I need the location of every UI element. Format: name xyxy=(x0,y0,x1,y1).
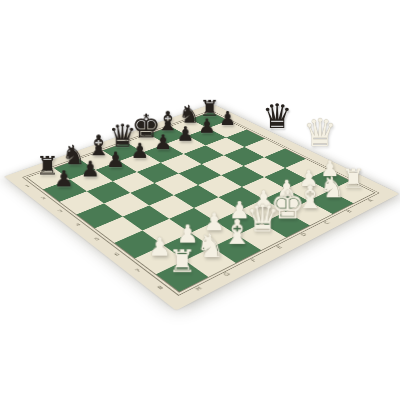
white-pawn: ♟ xyxy=(170,222,205,247)
white-pawn: ♟ xyxy=(141,234,177,260)
black-pawn: ♟ xyxy=(148,132,177,152)
black-knight: ♞ xyxy=(175,102,202,126)
chess-set-photo: HGFEDCBA12345678 ♜♞♝♛♚♝♞♜♟♟♟♟♟♟♟♟♟♟♟♟♟♟♟… xyxy=(0,0,400,400)
extra-black-queen: ♛ xyxy=(262,99,292,133)
white-queen: ♛ xyxy=(245,199,279,237)
black-pawn: ♟ xyxy=(193,117,221,137)
white-pawn: ♟ xyxy=(247,188,280,211)
white-bishop: ♝ xyxy=(219,215,254,249)
black-rook: ♜ xyxy=(32,153,63,179)
black-pawn: ♟ xyxy=(214,109,241,128)
white-pawn: ♟ xyxy=(270,178,302,201)
white-pawn: ♟ xyxy=(197,210,231,234)
white-bishop: ♝ xyxy=(293,181,326,213)
extra-white-queen: ♛ xyxy=(303,114,337,152)
black-pawn: ♟ xyxy=(171,124,199,144)
white-pawn: ♟ xyxy=(222,199,256,223)
black-pawn: ♟ xyxy=(48,168,79,190)
chess-board: HGFEDCBA12345678 ♜♞♝♛♚♝♞♜♟♟♟♟♟♟♟♟♟♟♟♟♟♟♟… xyxy=(4,104,399,311)
black-rook: ♜ xyxy=(196,97,223,119)
white-pawn: ♟ xyxy=(314,158,345,180)
black-bishop: ♝ xyxy=(84,131,113,159)
white-knight: ♞ xyxy=(192,230,228,263)
black-pawn: ♟ xyxy=(75,158,106,180)
black-king: ♚ xyxy=(131,110,159,143)
black-queen: ♛ xyxy=(108,120,137,152)
white-knight: ♞ xyxy=(316,173,348,202)
white-rook: ♜ xyxy=(163,245,200,276)
white-king: ♚ xyxy=(270,186,304,225)
white-rook: ♜ xyxy=(337,165,368,191)
black-pawn: ♟ xyxy=(100,149,130,170)
black-pawn: ♟ xyxy=(125,141,154,162)
white-pawn: ♟ xyxy=(293,168,324,190)
black-knight: ♞ xyxy=(58,142,88,169)
black-bishop: ♝ xyxy=(154,108,182,135)
